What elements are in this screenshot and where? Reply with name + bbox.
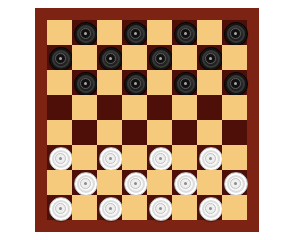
- piece-center-dot: [84, 32, 87, 35]
- square-r7c1: [47, 170, 72, 195]
- black-man[interactable]: [99, 47, 123, 71]
- piece-center-dot: [134, 82, 137, 85]
- piece-center-hub: [205, 153, 216, 164]
- black-man[interactable]: [49, 47, 73, 71]
- piece-center-dot: [159, 207, 162, 210]
- square-r2c7[interactable]: [197, 45, 222, 70]
- piece-center-hub: [105, 153, 116, 164]
- piece-center-dot: [234, 182, 237, 185]
- square-r1c7: [197, 20, 222, 45]
- piece-center-hub: [180, 28, 191, 39]
- piece-center-dot: [109, 57, 112, 60]
- black-man[interactable]: [74, 72, 98, 96]
- square-r2c2: [72, 45, 97, 70]
- black-man[interactable]: [124, 22, 148, 46]
- square-r7c2[interactable]: [72, 170, 97, 195]
- page-background: [0, 0, 300, 240]
- piece-center-hub: [155, 203, 166, 214]
- square-r8c4: [122, 195, 147, 220]
- white-man[interactable]: [149, 147, 173, 171]
- square-r5c7: [197, 120, 222, 145]
- white-man[interactable]: [174, 172, 198, 196]
- square-r2c1[interactable]: [47, 45, 72, 70]
- white-man[interactable]: [49, 147, 73, 171]
- piece-center-dot: [109, 157, 112, 160]
- piece-center-dot: [59, 207, 62, 210]
- white-man[interactable]: [149, 197, 173, 221]
- square-r5c4[interactable]: [122, 120, 147, 145]
- piece-center-dot: [109, 207, 112, 210]
- square-r1c4[interactable]: [122, 20, 147, 45]
- white-man[interactable]: [99, 147, 123, 171]
- piece-center-hub: [180, 78, 191, 89]
- white-man[interactable]: [74, 172, 98, 196]
- square-r4c4: [122, 95, 147, 120]
- square-r8c3[interactable]: [97, 195, 122, 220]
- square-r7c4[interactable]: [122, 170, 147, 195]
- square-r1c1: [47, 20, 72, 45]
- piece-center-hub: [230, 78, 241, 89]
- square-r8c8: [222, 195, 247, 220]
- square-r6c7[interactable]: [197, 145, 222, 170]
- black-man[interactable]: [174, 72, 198, 96]
- square-r7c6[interactable]: [172, 170, 197, 195]
- square-r4c1[interactable]: [47, 95, 72, 120]
- piece-center-dot: [59, 157, 62, 160]
- square-r8c5[interactable]: [147, 195, 172, 220]
- piece-center-hub: [205, 203, 216, 214]
- white-man[interactable]: [99, 197, 123, 221]
- white-man[interactable]: [199, 197, 223, 221]
- square-r4c8: [222, 95, 247, 120]
- piece-center-dot: [134, 32, 137, 35]
- square-r3c5: [147, 70, 172, 95]
- black-man[interactable]: [149, 47, 173, 71]
- piece-center-hub: [55, 203, 66, 214]
- square-r2c6: [172, 45, 197, 70]
- piece-center-dot: [84, 182, 87, 185]
- square-r4c3[interactable]: [97, 95, 122, 120]
- piece-center-dot: [184, 82, 187, 85]
- piece-center-hub: [155, 153, 166, 164]
- piece-center-dot: [209, 57, 212, 60]
- square-r3c2[interactable]: [72, 70, 97, 95]
- square-r3c3: [97, 70, 122, 95]
- square-r6c6: [172, 145, 197, 170]
- square-r3c1: [47, 70, 72, 95]
- piece-center-hub: [130, 78, 141, 89]
- square-r6c5[interactable]: [147, 145, 172, 170]
- black-man[interactable]: [224, 22, 248, 46]
- square-r5c8[interactable]: [222, 120, 247, 145]
- piece-center-dot: [184, 32, 187, 35]
- square-r1c8[interactable]: [222, 20, 247, 45]
- white-man[interactable]: [224, 172, 248, 196]
- black-man[interactable]: [174, 22, 198, 46]
- square-r4c6: [172, 95, 197, 120]
- square-r4c2: [72, 95, 97, 120]
- square-r5c6[interactable]: [172, 120, 197, 145]
- white-man[interactable]: [124, 172, 148, 196]
- piece-center-hub: [130, 28, 141, 39]
- square-r8c7[interactable]: [197, 195, 222, 220]
- piece-center-dot: [159, 57, 162, 60]
- square-r5c1: [47, 120, 72, 145]
- square-r7c3: [97, 170, 122, 195]
- piece-center-dot: [209, 207, 212, 210]
- square-r3c4[interactable]: [122, 70, 147, 95]
- square-r8c1[interactable]: [47, 195, 72, 220]
- square-r6c4: [122, 145, 147, 170]
- piece-center-dot: [84, 82, 87, 85]
- square-r4c7[interactable]: [197, 95, 222, 120]
- square-r2c4: [122, 45, 147, 70]
- piece-center-dot: [234, 32, 237, 35]
- board-grid: [47, 20, 247, 220]
- square-r4c5[interactable]: [147, 95, 172, 120]
- black-man[interactable]: [124, 72, 148, 96]
- square-r6c3[interactable]: [97, 145, 122, 170]
- piece-center-dot: [159, 157, 162, 160]
- checkers-board: [35, 8, 259, 232]
- piece-center-hub: [230, 28, 241, 39]
- square-r6c2: [72, 145, 97, 170]
- square-r8c6: [172, 195, 197, 220]
- square-r8c2: [72, 195, 97, 220]
- piece-center-dot: [134, 182, 137, 185]
- piece-center-hub: [55, 153, 66, 164]
- square-r1c2[interactable]: [72, 20, 97, 45]
- piece-center-dot: [59, 57, 62, 60]
- piece-center-dot: [234, 82, 237, 85]
- piece-center-hub: [105, 203, 116, 214]
- piece-center-hub: [130, 178, 141, 189]
- square-r5c2[interactable]: [72, 120, 97, 145]
- square-r2c3[interactable]: [97, 45, 122, 70]
- square-r7c8[interactable]: [222, 170, 247, 195]
- piece-center-hub: [80, 28, 91, 39]
- square-r1c5: [147, 20, 172, 45]
- square-r7c7: [197, 170, 222, 195]
- piece-center-dot: [209, 157, 212, 160]
- piece-center-hub: [80, 78, 91, 89]
- white-man[interactable]: [49, 197, 73, 221]
- piece-center-hub: [80, 178, 91, 189]
- black-man[interactable]: [74, 22, 98, 46]
- square-r5c5: [147, 120, 172, 145]
- piece-center-dot: [184, 182, 187, 185]
- black-man[interactable]: [224, 72, 248, 96]
- square-r1c3: [97, 20, 122, 45]
- square-r6c8: [222, 145, 247, 170]
- square-r3c6[interactable]: [172, 70, 197, 95]
- black-man[interactable]: [199, 47, 223, 71]
- square-r5c3: [97, 120, 122, 145]
- piece-center-hub: [205, 53, 216, 64]
- piece-center-hub: [155, 53, 166, 64]
- square-r2c5[interactable]: [147, 45, 172, 70]
- square-r2c8: [222, 45, 247, 70]
- piece-center-hub: [230, 178, 241, 189]
- square-r6c1[interactable]: [47, 145, 72, 170]
- white-man[interactable]: [199, 147, 223, 171]
- square-r3c7: [197, 70, 222, 95]
- square-r7c5: [147, 170, 172, 195]
- piece-center-hub: [180, 178, 191, 189]
- piece-center-hub: [55, 53, 66, 64]
- square-r3c8[interactable]: [222, 70, 247, 95]
- square-r1c6[interactable]: [172, 20, 197, 45]
- piece-center-hub: [105, 53, 116, 64]
